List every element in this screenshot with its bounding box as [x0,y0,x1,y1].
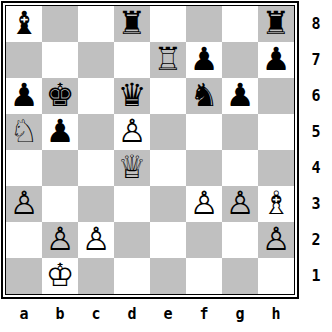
square-e2[interactable] [150,222,186,258]
square-g7[interactable] [222,42,258,78]
square-a2[interactable] [6,222,42,258]
square-b4[interactable] [42,150,78,186]
file-label-c: c [78,301,114,327]
square-g1[interactable] [222,258,258,294]
rank-label-7: 7 [303,42,329,78]
square-c6[interactable] [78,78,114,114]
white-queen: ♕ [118,151,147,183]
square-e4[interactable] [150,150,186,186]
square-h1[interactable] [258,258,294,294]
square-d2[interactable] [114,222,150,258]
black-pawn: ♟ [46,115,75,147]
square-f2[interactable] [186,222,222,258]
black-knight: ♞ [190,79,219,111]
square-d7[interactable] [114,42,150,78]
square-c8[interactable] [78,6,114,42]
black-king: ♚ [46,79,75,111]
square-b7[interactable] [42,42,78,78]
square-d4[interactable]: ♕ [114,150,150,186]
square-f4[interactable] [186,150,222,186]
square-d6[interactable]: ♛ [114,78,150,114]
rank-label-2: 2 [303,222,329,258]
white-king: ♔ [46,259,75,291]
white-pawn: ♙ [10,187,39,219]
square-b6[interactable]: ♚ [42,78,78,114]
white-pawn: ♙ [82,223,111,255]
white-pawn: ♙ [262,223,291,255]
square-a1[interactable] [6,258,42,294]
square-h4[interactable] [258,150,294,186]
white-pawn: ♙ [190,187,219,219]
white-pawn: ♙ [118,115,147,147]
white-rook: ♖ [154,43,183,75]
file-label-a: a [6,301,42,327]
file-labels: abcdefgh [6,301,294,327]
white-bishop: ♗ [262,187,291,219]
rank-labels: 87654321 [303,6,329,294]
square-g6[interactable]: ♟ [222,78,258,114]
square-g5[interactable] [222,114,258,150]
rank-label-8: 8 [303,6,329,42]
square-f3[interactable]: ♙ [186,186,222,222]
rank-label-1: 1 [303,258,329,294]
black-rook: ♜ [262,7,291,39]
square-b3[interactable] [42,186,78,222]
square-d3[interactable] [114,186,150,222]
square-f5[interactable] [186,114,222,150]
file-label-b: b [42,301,78,327]
file-label-g: g [222,301,258,327]
square-c1[interactable] [78,258,114,294]
square-g4[interactable] [222,150,258,186]
black-queen: ♛ [118,79,147,111]
file-label-h: h [258,301,294,327]
square-e6[interactable] [150,78,186,114]
black-pawn: ♟ [226,79,255,111]
square-a5[interactable]: ♘ [6,114,42,150]
black-rook: ♜ [118,7,147,39]
square-h6[interactable] [258,78,294,114]
file-label-f: f [186,301,222,327]
board-inner-border: ♝♜♜♖♟♟♟♚♛♞♟♘♟♙♕♙♙♙♗♙♙♙♔ [5,5,295,295]
square-h7[interactable]: ♟ [258,42,294,78]
square-e1[interactable] [150,258,186,294]
square-h2[interactable]: ♙ [258,222,294,258]
square-g2[interactable] [222,222,258,258]
square-a6[interactable]: ♟ [6,78,42,114]
square-a8[interactable]: ♝ [6,6,42,42]
square-a4[interactable] [6,150,42,186]
chess-board: ♝♜♜♖♟♟♟♚♛♞♟♘♟♙♕♙♙♙♗♙♙♙♔ [6,6,294,294]
square-g3[interactable]: ♙ [222,186,258,222]
square-a7[interactable] [6,42,42,78]
rank-label-3: 3 [303,186,329,222]
square-c7[interactable] [78,42,114,78]
square-e5[interactable] [150,114,186,150]
square-h3[interactable]: ♗ [258,186,294,222]
black-pawn: ♟ [190,43,219,75]
file-label-d: d [114,301,150,327]
white-knight: ♘ [10,115,39,147]
white-pawn: ♙ [46,223,75,255]
file-label-e: e [150,301,186,327]
square-g8[interactable] [222,6,258,42]
square-f1[interactable] [186,258,222,294]
square-b1[interactable]: ♔ [42,258,78,294]
white-pawn: ♙ [226,187,255,219]
rank-label-6: 6 [303,78,329,114]
square-h8[interactable]: ♜ [258,6,294,42]
square-f7[interactable]: ♟ [186,42,222,78]
square-b2[interactable]: ♙ [42,222,78,258]
square-c4[interactable] [78,150,114,186]
black-pawn: ♟ [10,79,39,111]
square-f6[interactable]: ♞ [186,78,222,114]
rank-label-4: 4 [303,150,329,186]
square-b8[interactable] [42,6,78,42]
square-d1[interactable] [114,258,150,294]
square-f8[interactable] [186,6,222,42]
board-frame: ♝♜♜♖♟♟♟♚♛♞♟♘♟♙♕♙♙♙♗♙♙♙♔ [1,1,299,299]
square-e3[interactable] [150,186,186,222]
black-pawn: ♟ [262,43,291,75]
square-c2[interactable]: ♙ [78,222,114,258]
square-c3[interactable] [78,186,114,222]
black-bishop: ♝ [10,7,39,39]
square-d5[interactable]: ♙ [114,114,150,150]
square-d8[interactable]: ♜ [114,6,150,42]
chess-diagram: ♝♜♜♖♟♟♟♚♛♞♟♘♟♙♕♙♙♙♗♙♙♙♔ abcdefgh 8765432… [0,0,332,332]
square-e8[interactable] [150,6,186,42]
rank-label-5: 5 [303,114,329,150]
square-e7[interactable]: ♖ [150,42,186,78]
square-b5[interactable]: ♟ [42,114,78,150]
square-a3[interactable]: ♙ [6,186,42,222]
square-h5[interactable] [258,114,294,150]
square-c5[interactable] [78,114,114,150]
